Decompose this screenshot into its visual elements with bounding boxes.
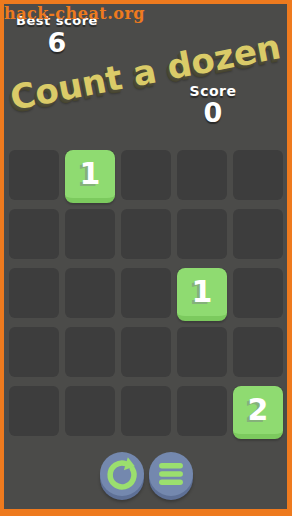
board-cell[interactable]: [177, 209, 227, 259]
number-tile[interactable]: 1: [65, 150, 115, 203]
bottom-controls: [0, 452, 292, 496]
best-score-value: 6: [14, 29, 100, 56]
game-board: 112: [9, 150, 283, 436]
board-cell[interactable]: [65, 209, 115, 259]
number-tile[interactable]: 1: [177, 268, 227, 321]
menu-button[interactable]: [149, 452, 193, 496]
board-cell[interactable]: [177, 386, 227, 436]
board-cell[interactable]: [65, 327, 115, 377]
board-cell[interactable]: [233, 150, 283, 200]
board-cell[interactable]: [121, 327, 171, 377]
board-cell[interactable]: [233, 327, 283, 377]
board-cell[interactable]: [177, 327, 227, 377]
board-cell[interactable]: [9, 268, 59, 318]
score-block: Score 0: [173, 83, 253, 126]
board-cell[interactable]: 1: [177, 268, 227, 318]
board-cell[interactable]: [121, 386, 171, 436]
board-cell[interactable]: [9, 150, 59, 200]
board-cell[interactable]: [9, 386, 59, 436]
tile-value: 1: [192, 277, 213, 307]
refresh-icon: [100, 452, 144, 496]
tile-value: 1: [80, 159, 101, 189]
board-cell[interactable]: 1: [65, 150, 115, 200]
watermark-text: hack-cheat.org: [4, 4, 145, 23]
number-tile[interactable]: 2: [233, 386, 283, 439]
board-cell[interactable]: [9, 327, 59, 377]
board-cell[interactable]: [233, 209, 283, 259]
board-cell[interactable]: [121, 209, 171, 259]
restart-button[interactable]: [100, 452, 144, 496]
board-cell[interactable]: [65, 268, 115, 318]
menu-icon: [149, 452, 193, 496]
board-cell[interactable]: [9, 209, 59, 259]
board-cell[interactable]: [233, 268, 283, 318]
tile-value: 2: [248, 395, 269, 425]
board-cell[interactable]: [177, 150, 227, 200]
game-screen: hack-cheat.org Best score 6 Count a doze…: [0, 0, 292, 516]
board-cell[interactable]: [121, 268, 171, 318]
board-cell[interactable]: [65, 386, 115, 436]
board-cell[interactable]: [121, 150, 171, 200]
board-cell[interactable]: 2: [233, 386, 283, 436]
score-value: 0: [173, 99, 253, 126]
